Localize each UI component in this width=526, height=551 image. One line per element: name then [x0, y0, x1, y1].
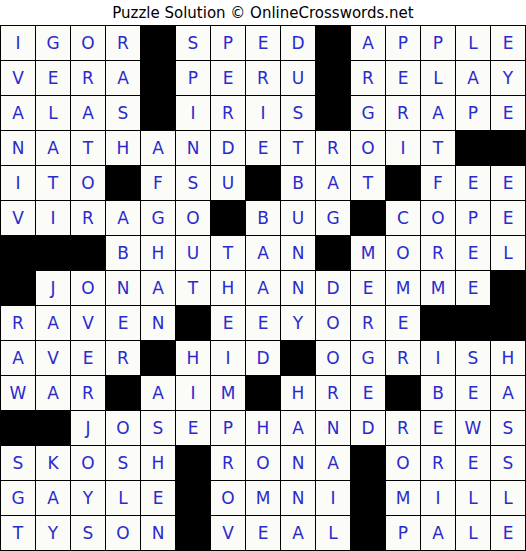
- black-cell-r6c11: [351, 201, 385, 235]
- letter-cell-r12c6: E: [176, 411, 210, 445]
- black-cell-r11c8: [246, 376, 280, 410]
- letter-cell-r3c13: A: [421, 96, 455, 130]
- black-cell-r9c14: [456, 306, 490, 340]
- letter-cell-r2c15: Y: [491, 61, 525, 95]
- title-bar: Puzzle Solution © OnlineCrosswords.net: [0, 0, 526, 25]
- letter-cell-r3c7: R: [211, 96, 245, 130]
- black-cell-r8c1: [1, 271, 35, 305]
- letter-cell-r14c9: N: [281, 481, 315, 515]
- letter-cell-r15c13: A: [421, 516, 455, 550]
- letter-cell-r3c8: I: [246, 96, 280, 130]
- letter-cell-r10c10: O: [316, 341, 350, 375]
- letter-cell-r4c2: A: [36, 131, 70, 165]
- letter-cell-r6c10: G: [316, 201, 350, 235]
- letter-cell-r3c4: S: [106, 96, 140, 130]
- letter-cell-r12c9: A: [281, 411, 315, 445]
- black-cell-r12c1: [1, 411, 35, 445]
- letter-cell-r12c14: W: [456, 411, 490, 445]
- letter-cell-r4c5: A: [141, 131, 175, 165]
- letter-cell-r7c4: B: [106, 236, 140, 270]
- puzzle-title: Puzzle Solution © OnlineCrosswords.net: [112, 4, 413, 22]
- letter-cell-r4c8: E: [246, 131, 280, 165]
- letter-cell-r13c2: K: [36, 446, 70, 480]
- letter-cell-r14c5: E: [141, 481, 175, 515]
- letter-cell-r7c13: R: [421, 236, 455, 270]
- letter-cell-r9c11: R: [351, 306, 385, 340]
- letter-cell-r4c9: T: [281, 131, 315, 165]
- letter-cell-r14c10: I: [316, 481, 350, 515]
- black-cell-r10c5: [141, 341, 175, 375]
- letter-cell-r7c6: U: [176, 236, 210, 270]
- letter-cell-r1c12: P: [386, 26, 420, 60]
- letter-cell-r13c9: N: [281, 446, 315, 480]
- black-cell-r6c7: [211, 201, 245, 235]
- letter-cell-r5c3: O: [71, 166, 105, 200]
- black-cell-r4c15: [491, 131, 525, 165]
- letter-cell-r9c3: V: [71, 306, 105, 340]
- black-cell-r9c13: [421, 306, 455, 340]
- letter-cell-r11c10: R: [316, 376, 350, 410]
- letter-cell-r13c1: S: [1, 446, 35, 480]
- letter-cell-r12c5: S: [141, 411, 175, 445]
- black-cell-r14c6: [176, 481, 210, 515]
- black-cell-r9c15: [491, 306, 525, 340]
- black-cell-r11c12: [386, 376, 420, 410]
- black-cell-r13c11: [351, 446, 385, 480]
- letter-cell-r1c1: I: [1, 26, 35, 60]
- letter-cell-r5c1: I: [1, 166, 35, 200]
- letter-cell-r14c13: I: [421, 481, 455, 515]
- black-cell-r5c8: [246, 166, 280, 200]
- black-cell-r7c1: [1, 236, 35, 270]
- letter-cell-r6c3: R: [71, 201, 105, 235]
- letter-cell-r14c2: A: [36, 481, 70, 515]
- letter-cell-r13c10: A: [316, 446, 350, 480]
- letter-cell-r12c10: N: [316, 411, 350, 445]
- letter-cell-r2c8: R: [246, 61, 280, 95]
- letter-cell-r2c3: R: [71, 61, 105, 95]
- letter-cell-r2c1: V: [1, 61, 35, 95]
- letter-cell-r14c12: M: [386, 481, 420, 515]
- letter-cell-r6c8: B: [246, 201, 280, 235]
- black-cell-r2c10: [316, 61, 350, 95]
- letter-cell-r13c4: S: [106, 446, 140, 480]
- letter-cell-r5c13: F: [421, 166, 455, 200]
- letter-cell-r15c8: E: [246, 516, 280, 550]
- letter-cell-r1c14: L: [456, 26, 490, 60]
- letter-cell-r4c11: O: [351, 131, 385, 165]
- letter-cell-r7c5: H: [141, 236, 175, 270]
- letter-cell-r11c7: M: [211, 376, 245, 410]
- letter-cell-r9c9: Y: [281, 306, 315, 340]
- letter-cell-r11c9: H: [281, 376, 315, 410]
- letter-cell-r8c14: E: [456, 271, 490, 305]
- letter-cell-r8c5: A: [141, 271, 175, 305]
- letter-cell-r12c8: H: [246, 411, 280, 445]
- letter-cell-r13c12: O: [386, 446, 420, 480]
- letter-cell-r1c2: G: [36, 26, 70, 60]
- letter-cell-r1c7: P: [211, 26, 245, 60]
- letter-cell-r10c13: I: [421, 341, 455, 375]
- letter-cell-r2c7: E: [211, 61, 245, 95]
- letter-cell-r3c6: I: [176, 96, 210, 130]
- letter-cell-r12c3: J: [71, 411, 105, 445]
- letter-cell-r15c15: E: [491, 516, 525, 550]
- black-cell-r8c15: [491, 271, 525, 305]
- letter-cell-r5c7: U: [211, 166, 245, 200]
- letter-cell-r8c13: M: [421, 271, 455, 305]
- black-cell-r3c10: [316, 96, 350, 130]
- letter-cell-r12c12: R: [386, 411, 420, 445]
- letter-cell-r9c8: E: [246, 306, 280, 340]
- letter-cell-r13c3: O: [71, 446, 105, 480]
- letter-cell-r15c2: Y: [36, 516, 70, 550]
- letter-cell-r11c5: A: [141, 376, 175, 410]
- letter-cell-r3c3: A: [71, 96, 105, 130]
- letter-cell-r5c15: E: [491, 166, 525, 200]
- letter-cell-r10c8: D: [246, 341, 280, 375]
- black-cell-r10c9: [281, 341, 315, 375]
- letter-cell-r10c7: I: [211, 341, 245, 375]
- letter-cell-r1c3: O: [71, 26, 105, 60]
- letter-cell-r8c10: D: [316, 271, 350, 305]
- letter-cell-r1c6: S: [176, 26, 210, 60]
- letter-cell-r12c15: S: [491, 411, 525, 445]
- letter-cell-r14c8: M: [246, 481, 280, 515]
- black-cell-r4c14: [456, 131, 490, 165]
- letter-cell-r15c4: O: [106, 516, 140, 550]
- letter-cell-r6c6: O: [176, 201, 210, 235]
- letter-cell-r8c8: A: [246, 271, 280, 305]
- letter-cell-r10c6: H: [176, 341, 210, 375]
- letter-cell-r6c13: O: [421, 201, 455, 235]
- letter-cell-r10c15: H: [491, 341, 525, 375]
- black-cell-r9c6: [176, 306, 210, 340]
- letter-cell-r2c6: P: [176, 61, 210, 95]
- letter-cell-r4c12: I: [386, 131, 420, 165]
- letter-cell-r2c12: E: [386, 61, 420, 95]
- letter-cell-r7c15: L: [491, 236, 525, 270]
- letter-cell-r11c13: B: [421, 376, 455, 410]
- letter-cell-r10c3: E: [71, 341, 105, 375]
- letter-cell-r13c5: H: [141, 446, 175, 480]
- letter-cell-r3c11: G: [351, 96, 385, 130]
- black-cell-r5c4: [106, 166, 140, 200]
- letter-cell-r8c6: T: [176, 271, 210, 305]
- letter-cell-r7c14: E: [456, 236, 490, 270]
- letter-cell-r13c8: O: [246, 446, 280, 480]
- letter-cell-r11c14: E: [456, 376, 490, 410]
- letter-cell-r8c7: H: [211, 271, 245, 305]
- letter-cell-r4c6: N: [176, 131, 210, 165]
- letter-cell-r5c11: T: [351, 166, 385, 200]
- letter-cell-r5c10: A: [316, 166, 350, 200]
- letter-cell-r15c9: A: [281, 516, 315, 550]
- letter-cell-r10c11: G: [351, 341, 385, 375]
- letter-cell-r6c1: V: [1, 201, 35, 235]
- letter-cell-r11c6: I: [176, 376, 210, 410]
- letter-cell-r15c14: L: [456, 516, 490, 550]
- letter-cell-r4c13: T: [421, 131, 455, 165]
- letter-cell-r5c6: S: [176, 166, 210, 200]
- black-cell-r13c6: [176, 446, 210, 480]
- letter-cell-r15c12: P: [386, 516, 420, 550]
- letter-cell-r2c2: E: [36, 61, 70, 95]
- letter-cell-r13c13: R: [421, 446, 455, 480]
- black-cell-r7c3: [71, 236, 105, 270]
- letter-cell-r6c12: C: [386, 201, 420, 235]
- letter-cell-r9c7: E: [211, 306, 245, 340]
- letter-cell-r10c2: V: [36, 341, 70, 375]
- letter-cell-r7c11: M: [351, 236, 385, 270]
- letter-cell-r6c2: I: [36, 201, 70, 235]
- letter-cell-r11c11: E: [351, 376, 385, 410]
- letter-cell-r9c5: N: [141, 306, 175, 340]
- black-cell-r12c2: [36, 411, 70, 445]
- letter-cell-r12c4: O: [106, 411, 140, 445]
- letter-cell-r7c9: N: [281, 236, 315, 270]
- letter-cell-r3c14: P: [456, 96, 490, 130]
- letter-cell-r2c9: U: [281, 61, 315, 95]
- letter-cell-r12c13: E: [421, 411, 455, 445]
- letter-cell-r11c1: W: [1, 376, 35, 410]
- letter-cell-r3c2: L: [36, 96, 70, 130]
- letter-cell-r11c3: R: [71, 376, 105, 410]
- letter-cell-r2c14: A: [456, 61, 490, 95]
- black-cell-r11c4: [106, 376, 140, 410]
- letter-cell-r15c7: V: [211, 516, 245, 550]
- letter-cell-r5c5: F: [141, 166, 175, 200]
- letter-cell-r6c4: A: [106, 201, 140, 235]
- letter-cell-r11c2: A: [36, 376, 70, 410]
- letter-cell-r3c1: A: [1, 96, 35, 130]
- letter-cell-r10c14: S: [456, 341, 490, 375]
- black-cell-r15c11: [351, 516, 385, 550]
- letter-cell-r8c2: J: [36, 271, 70, 305]
- letter-cell-r2c4: A: [106, 61, 140, 95]
- letter-cell-r5c2: T: [36, 166, 70, 200]
- letter-cell-r10c4: R: [106, 341, 140, 375]
- letter-cell-r13c15: S: [491, 446, 525, 480]
- letter-cell-r14c15: L: [491, 481, 525, 515]
- letter-cell-r7c8: A: [246, 236, 280, 270]
- letter-cell-r3c9: S: [281, 96, 315, 130]
- letter-cell-r11c15: A: [491, 376, 525, 410]
- letter-cell-r10c12: R: [386, 341, 420, 375]
- letter-cell-r15c1: T: [1, 516, 35, 550]
- letter-cell-r5c9: B: [281, 166, 315, 200]
- black-cell-r7c10: [316, 236, 350, 270]
- letter-cell-r8c4: N: [106, 271, 140, 305]
- letter-cell-r14c1: G: [1, 481, 35, 515]
- letter-cell-r14c7: O: [211, 481, 245, 515]
- letter-cell-r6c14: P: [456, 201, 490, 235]
- letter-cell-r10c1: A: [1, 341, 35, 375]
- black-cell-r15c6: [176, 516, 210, 550]
- letter-cell-r2c13: L: [421, 61, 455, 95]
- letter-cell-r4c10: R: [316, 131, 350, 165]
- letter-cell-r9c10: O: [316, 306, 350, 340]
- letter-cell-r1c15: E: [491, 26, 525, 60]
- letter-cell-r15c10: L: [316, 516, 350, 550]
- letter-cell-r5c14: E: [456, 166, 490, 200]
- letter-cell-r14c3: Y: [71, 481, 105, 515]
- letter-cell-r1c11: A: [351, 26, 385, 60]
- letter-cell-r15c5: N: [141, 516, 175, 550]
- letter-cell-r8c9: N: [281, 271, 315, 305]
- letter-cell-r3c12: R: [386, 96, 420, 130]
- letter-cell-r7c12: O: [386, 236, 420, 270]
- letter-cell-r13c7: R: [211, 446, 245, 480]
- letter-cell-r2c11: R: [351, 61, 385, 95]
- letter-cell-r12c7: P: [211, 411, 245, 445]
- letter-cell-r1c8: E: [246, 26, 280, 60]
- letter-cell-r4c7: D: [211, 131, 245, 165]
- letter-cell-r14c14: L: [456, 481, 490, 515]
- letter-cell-r3c15: E: [491, 96, 525, 130]
- black-cell-r14c11: [351, 481, 385, 515]
- letter-cell-r1c13: P: [421, 26, 455, 60]
- letter-cell-r8c11: E: [351, 271, 385, 305]
- black-cell-r1c5: [141, 26, 175, 60]
- letter-cell-r14c4: L: [106, 481, 140, 515]
- letter-cell-r7c7: T: [211, 236, 245, 270]
- letter-cell-r9c4: E: [106, 306, 140, 340]
- black-cell-r3c5: [141, 96, 175, 130]
- letter-cell-r9c12: E: [386, 306, 420, 340]
- letter-cell-r9c1: R: [1, 306, 35, 340]
- black-cell-r5c12: [386, 166, 420, 200]
- letter-cell-r8c3: O: [71, 271, 105, 305]
- black-cell-r7c2: [36, 236, 70, 270]
- letter-cell-r9c2: A: [36, 306, 70, 340]
- letter-cell-r4c4: H: [106, 131, 140, 165]
- letter-cell-r4c1: N: [1, 131, 35, 165]
- letter-cell-r15c3: S: [71, 516, 105, 550]
- black-cell-r2c5: [141, 61, 175, 95]
- letter-cell-r4c3: T: [71, 131, 105, 165]
- letter-cell-r6c5: G: [141, 201, 175, 235]
- black-cell-r1c10: [316, 26, 350, 60]
- crossword-grid: IGORSPEDAPPLEVERAPERURELAYALASIRISGRAPEN…: [0, 25, 526, 551]
- letter-cell-r12c11: D: [351, 411, 385, 445]
- letter-cell-r6c9: U: [281, 201, 315, 235]
- letter-cell-r6c15: E: [491, 201, 525, 235]
- letter-cell-r8c12: M: [386, 271, 420, 305]
- letter-cell-r13c14: E: [456, 446, 490, 480]
- letter-cell-r1c4: R: [106, 26, 140, 60]
- letter-cell-r1c9: D: [281, 26, 315, 60]
